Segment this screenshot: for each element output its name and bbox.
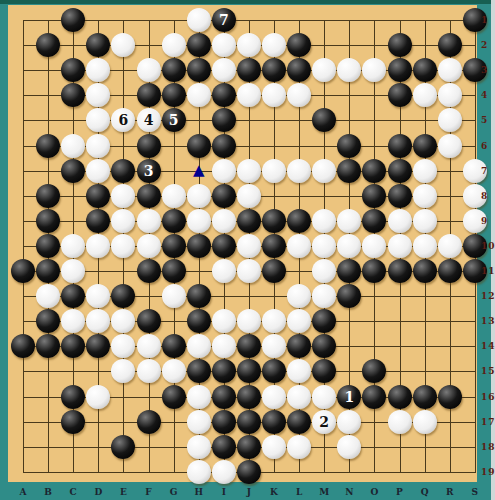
white-stone [262, 159, 286, 183]
black-stone [287, 209, 311, 233]
white-stone [212, 33, 236, 57]
white-stone [262, 33, 286, 57]
black-stone [287, 58, 311, 82]
white-stone [438, 58, 462, 82]
black-stone [388, 159, 412, 183]
white-stone [438, 134, 462, 158]
black-stone [137, 83, 161, 107]
white-stone [438, 83, 462, 107]
black-stone [362, 209, 386, 233]
white-stone [187, 184, 211, 208]
black-stone [287, 33, 311, 57]
white-stone [262, 309, 286, 333]
black-stone [337, 259, 361, 283]
black-stone [337, 284, 361, 308]
black-stone [212, 184, 236, 208]
black-stone [362, 159, 386, 183]
white-stone [111, 234, 135, 258]
black-stone [36, 33, 60, 57]
black-stone [162, 334, 186, 358]
black-stone [162, 83, 186, 107]
column-label-D: D [94, 487, 102, 497]
row-label-6: 6 [481, 141, 488, 151]
black-stone [187, 309, 211, 333]
column-label-L: L [296, 487, 302, 497]
row-label-18: 18 [481, 442, 495, 452]
black-stone [287, 410, 311, 434]
white-stone [187, 410, 211, 434]
white-stone [86, 159, 110, 183]
white-stone [187, 460, 211, 484]
black-stone [111, 159, 135, 183]
white-stone [187, 435, 211, 459]
black-stone [212, 108, 236, 132]
row-label-7: 7 [481, 166, 488, 176]
black-stone [237, 410, 261, 434]
white-stone [287, 435, 311, 459]
black-stone [237, 435, 261, 459]
black-stone [212, 385, 236, 409]
black-stone [11, 259, 35, 283]
white-stone [237, 184, 261, 208]
white-stone [86, 58, 110, 82]
column-label-F: F [145, 487, 151, 497]
white-stone [413, 184, 437, 208]
white-stone [337, 435, 361, 459]
black-stone [36, 234, 60, 258]
white-stone [212, 309, 236, 333]
white-stone [86, 234, 110, 258]
white-stone [137, 58, 161, 82]
black-stone [212, 134, 236, 158]
white-stone [262, 334, 286, 358]
white-stone [388, 209, 412, 233]
black-stone [388, 134, 412, 158]
white-stone [262, 385, 286, 409]
black-stone [36, 309, 60, 333]
black-stone [187, 134, 211, 158]
black-stone [438, 385, 462, 409]
black-stone [237, 385, 261, 409]
column-label-K: K [270, 487, 278, 497]
black-stone [86, 184, 110, 208]
white-stone [212, 334, 236, 358]
black-stone [86, 334, 110, 358]
row-label-2: 2 [481, 40, 488, 50]
black-stone [11, 334, 35, 358]
white-stone [137, 359, 161, 383]
white-stone [111, 33, 135, 57]
white-stone [111, 184, 135, 208]
row-label-16: 16 [481, 392, 495, 402]
black-stone [237, 359, 261, 383]
black-stone [237, 58, 261, 82]
black-stone [262, 209, 286, 233]
white-stone [413, 83, 437, 107]
black-stone [312, 334, 336, 358]
column-label-O: O [370, 487, 378, 497]
black-stone [187, 33, 211, 57]
black-stone [162, 234, 186, 258]
white-stone [287, 359, 311, 383]
white-stone [312, 385, 336, 409]
black-stone [111, 284, 135, 308]
black-stone [61, 385, 85, 409]
column-label-E: E [120, 487, 127, 497]
white-stone [337, 209, 361, 233]
column-label-R: R [446, 487, 453, 497]
white-stone [187, 8, 211, 32]
black-stone [36, 209, 60, 233]
white-stone [162, 284, 186, 308]
black-stone [388, 259, 412, 283]
black-stone [36, 334, 60, 358]
black-stone [86, 209, 110, 233]
white-stone [137, 209, 161, 233]
white-stone [388, 410, 412, 434]
black-stone [162, 385, 186, 409]
black-stone [312, 108, 336, 132]
column-label-H: H [194, 487, 203, 497]
black-stone [312, 309, 336, 333]
white-stone [287, 83, 311, 107]
row-label-9: 9 [481, 216, 488, 226]
white-stone [237, 259, 261, 283]
black-stone [162, 259, 186, 283]
white-stone [212, 209, 236, 233]
black-stone [388, 184, 412, 208]
column-label-N: N [345, 487, 353, 497]
black-stone [61, 58, 85, 82]
black-stone [413, 385, 437, 409]
row-label-10: 10 [481, 241, 495, 251]
white-stone [262, 435, 286, 459]
white-stone-move-4: 4 [137, 108, 161, 132]
black-stone [237, 209, 261, 233]
white-stone [237, 33, 261, 57]
white-stone [86, 108, 110, 132]
triangle-marker: ▲ [193, 163, 205, 178]
white-stone [111, 309, 135, 333]
white-stone [61, 309, 85, 333]
black-stone [312, 359, 336, 383]
white-stone [137, 234, 161, 258]
black-stone-move-5: 5 [162, 108, 186, 132]
black-stone [212, 359, 236, 383]
black-stone [413, 58, 437, 82]
row-label-5: 5 [481, 115, 488, 125]
white-stone [287, 159, 311, 183]
black-stone [438, 259, 462, 283]
column-label-J: J [247, 487, 251, 497]
black-stone [137, 134, 161, 158]
black-stone [388, 385, 412, 409]
black-stone [212, 435, 236, 459]
row-label-1: 1 [481, 15, 488, 25]
white-stone [61, 234, 85, 258]
white-stone [111, 209, 135, 233]
white-stone [212, 159, 236, 183]
white-stone [262, 83, 286, 107]
white-stone [413, 159, 437, 183]
black-stone [438, 33, 462, 57]
white-stone [312, 284, 336, 308]
window-top-border [0, 0, 495, 4]
black-stone [237, 460, 261, 484]
white-stone [61, 259, 85, 283]
black-stone [162, 209, 186, 233]
white-stone [438, 234, 462, 258]
black-stone [262, 234, 286, 258]
black-stone [337, 159, 361, 183]
white-stone [337, 410, 361, 434]
white-stone [111, 334, 135, 358]
black-stone [162, 58, 186, 82]
white-stone [362, 234, 386, 258]
white-stone [187, 209, 211, 233]
column-label-P: P [396, 487, 403, 497]
column-label-A: A [20, 487, 27, 497]
black-stone [61, 8, 85, 32]
white-stone [137, 334, 161, 358]
black-stone [61, 83, 85, 107]
column-label-B: B [44, 487, 52, 497]
row-label-19: 19 [481, 467, 495, 477]
white-stone [111, 359, 135, 383]
black-stone [187, 234, 211, 258]
white-stone-move-6: 6 [111, 108, 135, 132]
black-stone [262, 58, 286, 82]
white-stone [413, 209, 437, 233]
white-stone [413, 410, 437, 434]
black-stone-move-1: 1 [337, 385, 361, 409]
black-stone [413, 259, 437, 283]
white-stone [212, 259, 236, 283]
column-label-M: M [319, 487, 329, 497]
black-stone [362, 359, 386, 383]
row-label-4: 4 [481, 90, 488, 100]
black-stone [36, 134, 60, 158]
black-stone [61, 410, 85, 434]
white-stone [187, 385, 211, 409]
black-stone [362, 259, 386, 283]
white-stone [287, 284, 311, 308]
black-stone-move-3: 3 [137, 159, 161, 183]
white-stone [86, 83, 110, 107]
black-stone [362, 184, 386, 208]
black-stone [36, 184, 60, 208]
column-label-G: G [170, 487, 178, 497]
black-stone [61, 334, 85, 358]
column-label-C: C [70, 487, 77, 497]
row-label-8: 8 [481, 191, 488, 201]
white-stone [237, 234, 261, 258]
black-stone [362, 385, 386, 409]
row-label-11: 11 [481, 266, 495, 276]
white-stone [61, 134, 85, 158]
column-label-I: I [222, 487, 226, 497]
black-stone [111, 435, 135, 459]
black-stone [337, 134, 361, 158]
black-stone [137, 259, 161, 283]
black-stone [212, 234, 236, 258]
white-stone [287, 234, 311, 258]
white-stone [187, 83, 211, 107]
white-stone [287, 385, 311, 409]
go-app-window: 7645312▲ ABCDEFGHIJKLMNOPQRS123456789101… [0, 0, 495, 500]
black-stone [287, 334, 311, 358]
black-stone [262, 359, 286, 383]
black-stone [388, 58, 412, 82]
black-stone-move-7: 7 [212, 8, 236, 32]
white-stone [36, 284, 60, 308]
white-stone [388, 234, 412, 258]
white-stone [312, 209, 336, 233]
black-stone [388, 33, 412, 57]
black-stone [187, 284, 211, 308]
white-stone-move-2: 2 [312, 410, 336, 434]
white-stone [312, 234, 336, 258]
row-label-13: 13 [481, 316, 495, 326]
row-label-14: 14 [481, 341, 495, 351]
black-stone [61, 284, 85, 308]
black-stone [212, 410, 236, 434]
white-stone [312, 58, 336, 82]
white-stone [413, 234, 437, 258]
white-stone [312, 159, 336, 183]
white-stone [362, 58, 386, 82]
column-label-S: S [472, 487, 479, 497]
black-stone [388, 83, 412, 107]
black-stone [212, 83, 236, 107]
white-stone [86, 284, 110, 308]
white-stone [86, 309, 110, 333]
white-stone [162, 184, 186, 208]
black-stone [262, 410, 286, 434]
black-stone [187, 58, 211, 82]
black-stone [237, 334, 261, 358]
white-stone [86, 134, 110, 158]
go-board[interactable]: 7645312▲ [8, 5, 477, 482]
black-stone [137, 184, 161, 208]
black-stone [187, 359, 211, 383]
white-stone [237, 159, 261, 183]
black-stone [61, 159, 85, 183]
white-stone [86, 385, 110, 409]
row-label-17: 17 [481, 417, 495, 427]
black-stone [262, 259, 286, 283]
black-stone [137, 309, 161, 333]
white-stone [162, 33, 186, 57]
white-stone [312, 259, 336, 283]
black-stone [86, 33, 110, 57]
black-stone [36, 259, 60, 283]
row-label-12: 12 [481, 291, 495, 301]
column-label-Q: Q [421, 487, 429, 497]
black-stone [137, 410, 161, 434]
row-label-3: 3 [481, 65, 488, 75]
white-stone [337, 58, 361, 82]
row-label-15: 15 [481, 366, 495, 376]
white-stone [212, 460, 236, 484]
white-stone [162, 359, 186, 383]
white-stone [237, 83, 261, 107]
white-stone [237, 309, 261, 333]
white-stone [438, 108, 462, 132]
black-stone [413, 134, 437, 158]
white-stone [187, 334, 211, 358]
white-stone [287, 309, 311, 333]
white-stone [337, 234, 361, 258]
white-stone [212, 58, 236, 82]
